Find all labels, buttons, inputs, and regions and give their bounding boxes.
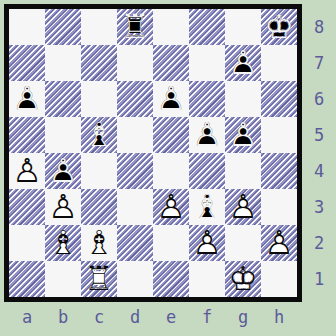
square-g5[interactable]: ♟♙ xyxy=(225,117,261,153)
square-b6[interactable] xyxy=(45,81,81,117)
square-c6[interactable] xyxy=(81,81,117,117)
white-king-outline-glyph: ♔ xyxy=(225,261,261,297)
black-pawn-fill-glyph: ♟ xyxy=(225,117,261,153)
square-f4[interactable] xyxy=(189,153,225,189)
white-pawn-f2[interactable]: ♟♙ xyxy=(189,225,225,261)
square-f6[interactable] xyxy=(189,81,225,117)
rank-label-5: 5 xyxy=(302,117,336,153)
chess-diagram: ♜♖♚♔♟♙♟♙♟♙♝♗♟♙♟♙♟♙♟♙♟♙♟♙♝♗♟♙♝♗♝♗♟♙♟♙♜♖♚♔… xyxy=(0,0,336,336)
square-a7[interactable] xyxy=(9,45,45,81)
square-c3[interactable] xyxy=(81,189,117,225)
square-d2[interactable] xyxy=(117,225,153,261)
square-f5[interactable]: ♟♙ xyxy=(189,117,225,153)
white-pawn-a4[interactable]: ♟♙ xyxy=(9,153,45,189)
black-pawn-outline-glyph: ♙ xyxy=(45,153,81,189)
black-pawn-g5[interactable]: ♟♙ xyxy=(225,117,261,153)
white-rook-c1[interactable]: ♜♖ xyxy=(81,261,117,297)
white-pawn-fill-glyph: ♟ xyxy=(9,153,45,189)
square-g6[interactable] xyxy=(225,81,261,117)
rank-label-2: 2 xyxy=(302,225,336,261)
square-a4[interactable]: ♟♙ xyxy=(9,153,45,189)
square-e6[interactable]: ♟♙ xyxy=(153,81,189,117)
file-label-f: f xyxy=(189,301,225,335)
square-b5[interactable] xyxy=(45,117,81,153)
black-pawn-fill-glyph: ♟ xyxy=(45,153,81,189)
black-pawn-fill-glyph: ♟ xyxy=(9,81,45,117)
square-b3[interactable]: ♟♙ xyxy=(45,189,81,225)
black-pawn-outline-glyph: ♙ xyxy=(225,45,261,81)
square-d4[interactable] xyxy=(117,153,153,189)
square-c1[interactable]: ♜♖ xyxy=(81,261,117,297)
black-rook-d8[interactable]: ♜♖ xyxy=(117,9,153,45)
square-a6[interactable]: ♟♙ xyxy=(9,81,45,117)
file-label-d: d xyxy=(117,301,153,335)
rank-label-4: 4 xyxy=(302,153,336,189)
square-e1[interactable] xyxy=(153,261,189,297)
file-label-a: a xyxy=(9,301,45,335)
rank-labels: 87654321 xyxy=(302,9,336,297)
square-a1[interactable] xyxy=(9,261,45,297)
square-h5[interactable] xyxy=(261,117,297,153)
white-pawn-fill-glyph: ♟ xyxy=(189,225,225,261)
square-a5[interactable] xyxy=(9,117,45,153)
white-rook-outline-glyph: ♖ xyxy=(81,261,117,297)
square-c5[interactable]: ♝♗ xyxy=(81,117,117,153)
black-pawn-b4[interactable]: ♟♙ xyxy=(45,153,81,189)
chessboard: ♜♖♚♔♟♙♟♙♟♙♝♗♟♙♟♙♟♙♟♙♟♙♟♙♝♗♟♙♝♗♝♗♟♙♟♙♜♖♚♔ xyxy=(4,4,302,302)
white-pawn-fill-glyph: ♟ xyxy=(45,189,81,225)
rank-label-7: 7 xyxy=(302,45,336,81)
square-h3[interactable] xyxy=(261,189,297,225)
square-h6[interactable] xyxy=(261,81,297,117)
square-d6[interactable] xyxy=(117,81,153,117)
square-b2[interactable]: ♝♗ xyxy=(45,225,81,261)
square-g1[interactable]: ♚♔ xyxy=(225,261,261,297)
black-pawn-outline-glyph: ♙ xyxy=(225,117,261,153)
white-pawn-outline-glyph: ♙ xyxy=(225,189,261,225)
file-label-b: b xyxy=(45,301,81,335)
black-bishop-outline-glyph: ♗ xyxy=(81,117,117,153)
square-e4[interactable] xyxy=(153,153,189,189)
file-label-h: h xyxy=(261,301,297,335)
black-pawn-fill-glyph: ♟ xyxy=(225,45,261,81)
square-c7[interactable] xyxy=(81,45,117,81)
square-e7[interactable] xyxy=(153,45,189,81)
square-c2[interactable]: ♝♗ xyxy=(81,225,117,261)
black-bishop-fill-glyph: ♝ xyxy=(81,117,117,153)
white-pawn-g3[interactable]: ♟♙ xyxy=(225,189,261,225)
square-h2[interactable]: ♟♙ xyxy=(261,225,297,261)
square-g3[interactable]: ♟♙ xyxy=(225,189,261,225)
square-g4[interactable] xyxy=(225,153,261,189)
white-pawn-b3[interactable]: ♟♙ xyxy=(45,189,81,225)
white-bishop-b2[interactable]: ♝♗ xyxy=(45,225,81,261)
white-pawn-fill-glyph: ♟ xyxy=(261,225,297,261)
square-g7[interactable]: ♟♙ xyxy=(225,45,261,81)
white-bishop-fill-glyph: ♝ xyxy=(81,225,117,261)
square-a3[interactable] xyxy=(9,189,45,225)
square-b4[interactable]: ♟♙ xyxy=(45,153,81,189)
white-king-g1[interactable]: ♚♔ xyxy=(225,261,261,297)
black-rook-outline-glyph: ♖ xyxy=(117,9,153,45)
square-d5[interactable] xyxy=(117,117,153,153)
square-d1[interactable] xyxy=(117,261,153,297)
square-c4[interactable] xyxy=(81,153,117,189)
black-bishop-f3[interactable]: ♝♗ xyxy=(189,189,225,225)
square-a2[interactable] xyxy=(9,225,45,261)
white-king-fill-glyph: ♚ xyxy=(225,261,261,297)
white-bishop-outline-glyph: ♗ xyxy=(81,225,117,261)
file-label-g: g xyxy=(225,301,261,335)
black-pawn-e6[interactable]: ♟♙ xyxy=(153,81,189,117)
white-pawn-outline-glyph: ♙ xyxy=(9,153,45,189)
square-a8[interactable] xyxy=(9,9,45,45)
black-bishop-fill-glyph: ♝ xyxy=(189,189,225,225)
square-h8[interactable]: ♚♔ xyxy=(261,9,297,45)
square-e2[interactable] xyxy=(153,225,189,261)
white-bishop-fill-glyph: ♝ xyxy=(45,225,81,261)
black-pawn-g7[interactable]: ♟♙ xyxy=(225,45,261,81)
white-bishop-outline-glyph: ♗ xyxy=(45,225,81,261)
square-h7[interactable] xyxy=(261,45,297,81)
black-pawn-outline-glyph: ♙ xyxy=(189,117,225,153)
black-king-h8[interactable]: ♚♔ xyxy=(261,9,297,45)
white-pawn-outline-glyph: ♙ xyxy=(45,189,81,225)
file-label-c: c xyxy=(81,301,117,335)
white-bishop-c2[interactable]: ♝♗ xyxy=(81,225,117,261)
square-f2[interactable]: ♟♙ xyxy=(189,225,225,261)
white-pawn-fill-glyph: ♟ xyxy=(153,189,189,225)
square-f7[interactable] xyxy=(189,45,225,81)
square-g8[interactable] xyxy=(225,9,261,45)
rank-label-3: 3 xyxy=(302,189,336,225)
rank-label-6: 6 xyxy=(302,81,336,117)
file-labels: abcdefgh xyxy=(9,301,297,335)
square-d8[interactable]: ♜♖ xyxy=(117,9,153,45)
white-pawn-e3[interactable]: ♟♙ xyxy=(153,189,189,225)
white-pawn-outline-glyph: ♙ xyxy=(261,225,297,261)
square-f3[interactable]: ♝♗ xyxy=(189,189,225,225)
white-pawn-outline-glyph: ♙ xyxy=(153,189,189,225)
square-h1[interactable] xyxy=(261,261,297,297)
black-pawn-fill-glyph: ♟ xyxy=(153,81,189,117)
square-d3[interactable] xyxy=(117,189,153,225)
black-pawn-outline-glyph: ♙ xyxy=(153,81,189,117)
square-e3[interactable]: ♟♙ xyxy=(153,189,189,225)
square-h4[interactable] xyxy=(261,153,297,189)
rank-label-8: 8 xyxy=(302,9,336,45)
square-f1[interactable] xyxy=(189,261,225,297)
black-pawn-a6[interactable]: ♟♙ xyxy=(9,81,45,117)
square-b1[interactable] xyxy=(45,261,81,297)
white-pawn-outline-glyph: ♙ xyxy=(189,225,225,261)
black-bishop-outline-glyph: ♗ xyxy=(189,189,225,225)
white-pawn-fill-glyph: ♟ xyxy=(225,189,261,225)
file-label-e: e xyxy=(153,301,189,335)
black-pawn-fill-glyph: ♟ xyxy=(189,117,225,153)
square-b8[interactable] xyxy=(45,9,81,45)
square-g2[interactable] xyxy=(225,225,261,261)
square-e5[interactable] xyxy=(153,117,189,153)
black-pawn-outline-glyph: ♙ xyxy=(9,81,45,117)
rank-label-1: 1 xyxy=(302,261,336,297)
white-rook-fill-glyph: ♜ xyxy=(81,261,117,297)
black-king-fill-glyph: ♚ xyxy=(261,9,297,45)
black-king-outline-glyph: ♔ xyxy=(261,9,297,45)
square-e8[interactable] xyxy=(153,9,189,45)
white-pawn-h2[interactable]: ♟♙ xyxy=(261,225,297,261)
black-rook-fill-glyph: ♜ xyxy=(117,9,153,45)
square-b7[interactable] xyxy=(45,45,81,81)
square-f8[interactable] xyxy=(189,9,225,45)
black-bishop-c5[interactable]: ♝♗ xyxy=(81,117,117,153)
square-d7[interactable] xyxy=(117,45,153,81)
black-pawn-f5[interactable]: ♟♙ xyxy=(189,117,225,153)
square-c8[interactable] xyxy=(81,9,117,45)
